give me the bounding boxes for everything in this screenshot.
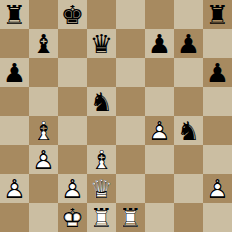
square-f1[interactable] bbox=[145, 203, 174, 232]
square-a2[interactable]: ♟♙ bbox=[0, 174, 29, 203]
square-h4[interactable] bbox=[203, 116, 232, 145]
square-d6[interactable] bbox=[87, 58, 116, 87]
white-bishop-b4-icon[interactable]: ♝♗ bbox=[29, 116, 58, 145]
black-pawn-g7-icon[interactable]: ♟ bbox=[174, 29, 203, 58]
white-piece-outline: ♕ bbox=[87, 174, 116, 203]
square-f4[interactable]: ♟♙ bbox=[145, 116, 174, 145]
square-d5[interactable]: ♞ bbox=[87, 87, 116, 116]
square-e3[interactable] bbox=[116, 145, 145, 174]
black-piece-fill: ♛ bbox=[87, 29, 116, 58]
square-g7[interactable]: ♟ bbox=[174, 29, 203, 58]
square-c6[interactable] bbox=[58, 58, 87, 87]
square-e1[interactable]: ♜♖ bbox=[116, 203, 145, 232]
square-g6[interactable] bbox=[174, 58, 203, 87]
square-a8[interactable]: ♜ bbox=[0, 0, 29, 29]
chess-board-wrap: ♜♚♜♝♛♟♟♟♟♞♝♗♟♙♞♟♙♝♗♟♙♟♙♛♕♟♙♚♔♜♖♜♖ bbox=[0, 0, 232, 232]
square-e7[interactable] bbox=[116, 29, 145, 58]
black-piece-fill: ♜ bbox=[203, 0, 232, 29]
white-pawn-b3-icon[interactable]: ♟♙ bbox=[29, 145, 58, 174]
black-piece-fill: ♝ bbox=[29, 29, 58, 58]
square-d1[interactable]: ♜♖ bbox=[87, 203, 116, 232]
black-knight-d5-icon[interactable]: ♞ bbox=[87, 87, 116, 116]
black-king-c8-icon[interactable]: ♚ bbox=[58, 0, 87, 29]
white-pawn-c2-icon[interactable]: ♟♙ bbox=[58, 174, 87, 203]
white-piece-outline: ♙ bbox=[29, 145, 58, 174]
black-pawn-h6-icon[interactable]: ♟ bbox=[203, 58, 232, 87]
square-c5[interactable] bbox=[58, 87, 87, 116]
white-king-c1-icon[interactable]: ♚♔ bbox=[58, 203, 87, 232]
square-f7[interactable]: ♟ bbox=[145, 29, 174, 58]
square-c8[interactable]: ♚ bbox=[58, 0, 87, 29]
black-rook-h8-icon[interactable]: ♜ bbox=[203, 0, 232, 29]
square-e6[interactable] bbox=[116, 58, 145, 87]
white-piece-outline: ♗ bbox=[87, 145, 116, 174]
square-h3[interactable] bbox=[203, 145, 232, 174]
square-g1[interactable] bbox=[174, 203, 203, 232]
black-piece-fill: ♟ bbox=[145, 29, 174, 58]
black-piece-fill: ♞ bbox=[87, 87, 116, 116]
square-g3[interactable] bbox=[174, 145, 203, 174]
square-h8[interactable]: ♜ bbox=[203, 0, 232, 29]
square-f8[interactable] bbox=[145, 0, 174, 29]
white-queen-d2-icon[interactable]: ♛♕ bbox=[87, 174, 116, 203]
white-piece-outline: ♖ bbox=[116, 203, 145, 232]
square-g5[interactable] bbox=[174, 87, 203, 116]
square-g2[interactable] bbox=[174, 174, 203, 203]
black-piece-fill: ♟ bbox=[0, 58, 29, 87]
square-f2[interactable] bbox=[145, 174, 174, 203]
square-d4[interactable] bbox=[87, 116, 116, 145]
square-d3[interactable]: ♝♗ bbox=[87, 145, 116, 174]
square-e8[interactable] bbox=[116, 0, 145, 29]
square-d8[interactable] bbox=[87, 0, 116, 29]
square-a3[interactable] bbox=[0, 145, 29, 174]
square-h5[interactable] bbox=[203, 87, 232, 116]
square-e4[interactable] bbox=[116, 116, 145, 145]
square-c7[interactable] bbox=[58, 29, 87, 58]
black-piece-fill: ♜ bbox=[0, 0, 29, 29]
square-a4[interactable] bbox=[0, 116, 29, 145]
square-f5[interactable] bbox=[145, 87, 174, 116]
square-g4[interactable]: ♞ bbox=[174, 116, 203, 145]
white-piece-outline: ♔ bbox=[58, 203, 87, 232]
black-knight-g4-icon[interactable]: ♞ bbox=[174, 116, 203, 145]
white-piece-outline: ♙ bbox=[0, 174, 29, 203]
square-d2[interactable]: ♛♕ bbox=[87, 174, 116, 203]
black-pawn-f7-icon[interactable]: ♟ bbox=[145, 29, 174, 58]
square-a1[interactable] bbox=[0, 203, 29, 232]
white-piece-outline: ♖ bbox=[87, 203, 116, 232]
white-piece-outline: ♙ bbox=[58, 174, 87, 203]
black-piece-fill: ♚ bbox=[58, 0, 87, 29]
white-pawn-h2-icon[interactable]: ♟♙ bbox=[203, 174, 232, 203]
square-h1[interactable] bbox=[203, 203, 232, 232]
black-rook-a8-icon[interactable]: ♜ bbox=[0, 0, 29, 29]
white-rook-d1-icon[interactable]: ♜♖ bbox=[87, 203, 116, 232]
square-c1[interactable]: ♚♔ bbox=[58, 203, 87, 232]
white-piece-outline: ♙ bbox=[145, 116, 174, 145]
square-e2[interactable] bbox=[116, 174, 145, 203]
square-h6[interactable]: ♟ bbox=[203, 58, 232, 87]
square-a5[interactable] bbox=[0, 87, 29, 116]
square-b5[interactable] bbox=[29, 87, 58, 116]
square-b7[interactable]: ♝ bbox=[29, 29, 58, 58]
square-d7[interactable]: ♛ bbox=[87, 29, 116, 58]
chess-board: ♜♚♜♝♛♟♟♟♟♞♝♗♟♙♞♟♙♝♗♟♙♟♙♛♕♟♙♚♔♜♖♜♖ bbox=[0, 0, 232, 232]
square-e5[interactable] bbox=[116, 87, 145, 116]
black-piece-fill: ♞ bbox=[174, 116, 203, 145]
black-piece-fill: ♟ bbox=[174, 29, 203, 58]
square-a6[interactable]: ♟ bbox=[0, 58, 29, 87]
square-b8[interactable] bbox=[29, 0, 58, 29]
square-c3[interactable] bbox=[58, 145, 87, 174]
black-piece-fill: ♟ bbox=[203, 58, 232, 87]
square-a7[interactable] bbox=[0, 29, 29, 58]
square-h2[interactable]: ♟♙ bbox=[203, 174, 232, 203]
square-b3[interactable]: ♟♙ bbox=[29, 145, 58, 174]
square-c2[interactable]: ♟♙ bbox=[58, 174, 87, 203]
black-pawn-a6-icon[interactable]: ♟ bbox=[0, 58, 29, 87]
white-rook-e1-icon[interactable]: ♜♖ bbox=[116, 203, 145, 232]
black-bishop-b7-icon[interactable]: ♝ bbox=[29, 29, 58, 58]
square-f6[interactable] bbox=[145, 58, 174, 87]
square-b4[interactable]: ♝♗ bbox=[29, 116, 58, 145]
white-pawn-a2-icon[interactable]: ♟♙ bbox=[0, 174, 29, 203]
square-b6[interactable] bbox=[29, 58, 58, 87]
white-piece-outline: ♙ bbox=[203, 174, 232, 203]
square-f3[interactable] bbox=[145, 145, 174, 174]
square-b1[interactable] bbox=[29, 203, 58, 232]
black-queen-d7-icon[interactable]: ♛ bbox=[87, 29, 116, 58]
white-piece-outline: ♗ bbox=[29, 116, 58, 145]
white-bishop-d3-icon[interactable]: ♝♗ bbox=[87, 145, 116, 174]
square-h7[interactable] bbox=[203, 29, 232, 58]
white-pawn-f4-icon[interactable]: ♟♙ bbox=[145, 116, 174, 145]
square-b2[interactable] bbox=[29, 174, 58, 203]
square-g8[interactable] bbox=[174, 0, 203, 29]
square-c4[interactable] bbox=[58, 116, 87, 145]
